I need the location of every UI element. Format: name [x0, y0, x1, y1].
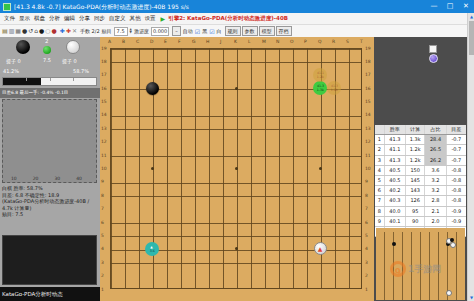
candidate-visits: 1.2k: [331, 89, 338, 92]
white-stone-icon[interactable]: ○: [45, 26, 50, 36]
toolbar: ▤▥▦●↺⌂●○● ✚✚✕ 手数 2/2 贴目 7.5 ▲▼ 激进度 0.000…: [0, 25, 474, 37]
winrate-graph[interactable]: 10203040: [2, 99, 97, 183]
table-cell: -0.9: [447, 207, 466, 216]
graph-axis-tick: 20: [33, 176, 39, 181]
menu-bar: 文件显示棋盘分析编辑分享同步自定义其他设置 ▶ 引擎2: KataGo-PDA(…: [0, 13, 474, 25]
board-letter: O: [290, 39, 294, 44]
move-number: 2: [45, 38, 49, 44]
table-cell: 2.1: [425, 207, 446, 216]
board-letter: L: [248, 39, 251, 44]
toolbar-cross-icons: ✚✚✕: [60, 26, 78, 36]
board-number-right: 9: [365, 179, 368, 184]
comment-box[interactable]: [2, 235, 97, 285]
window-title: [41.3 4.8k -0.7] KataGo-PDA(分析时动态激进度)-40…: [14, 0, 426, 13]
close-button[interactable]: ✕: [458, 0, 474, 13]
table-cell: 1.2k: [406, 156, 425, 165]
minimize-button[interactable]: —: [426, 0, 442, 13]
toolbar-button[interactable]: 模型: [259, 26, 275, 36]
last-move-triangle-icon: ▲: [318, 246, 323, 252]
mini-black-stone: [392, 242, 396, 246]
board-number-right: 19: [365, 46, 371, 51]
white-auto-checkbox[interactable]: ☑: [209, 28, 214, 35]
table-row[interactable]: 840.0952.1-0.9: [375, 207, 466, 217]
board-number-left: 14: [101, 112, 107, 117]
candidate-visits: 1.2k: [317, 75, 324, 78]
table-cell: 40.5: [385, 166, 406, 175]
board-number-right: 10: [365, 166, 371, 171]
star-point: [235, 87, 238, 90]
table-cell: 2: [375, 145, 385, 154]
title-bar[interactable]: [41.3 4.8k -0.7] KataGo-PDA(分析时动态激进度)-40…: [0, 0, 474, 13]
table-cell: 8: [375, 207, 385, 216]
white-auto-label: 白: [217, 28, 222, 34]
board-number-left: 18: [101, 59, 107, 64]
table-cell: 4: [375, 166, 385, 175]
engine-info: 白棋 胜率: 58.7%目差: 6.8 不确定性: 18.9(KataGo-PD…: [2, 185, 98, 218]
analysis-panel: 胜率计算占比目差141.31.3k28.4-0.7241.11.2k26.5-0…: [374, 37, 467, 301]
last-move-delta: 目差6.8 最后一手: -0.4% -0.1目: [0, 88, 100, 98]
board-number-right: 3: [365, 260, 368, 265]
table-row[interactable]: 540.51453.2-0.8: [375, 176, 466, 186]
table-cell: 3: [375, 156, 385, 165]
candidate-table[interactable]: 胜率计算占比目差141.31.3k28.4-0.7241.11.2k26.5-0…: [375, 125, 466, 237]
table-cell: 28.4: [425, 135, 446, 144]
app-window: [41.3 4.8k -0.7] KataGo-PDA(分析时动态激进度)-40…: [0, 0, 474, 301]
scroll-up-icon[interactable]: ▲: [468, 14, 474, 19]
table-cell: 26.2: [425, 156, 446, 165]
board-number-right: 12: [365, 139, 371, 144]
table-cell: 143: [406, 186, 425, 195]
menu-item[interactable]: 设置: [145, 15, 156, 21]
table-cell: 3.2: [425, 176, 446, 185]
winrate-bar: [2, 77, 97, 86]
board-number-right: 5: [365, 233, 368, 238]
board-letter: B: [122, 39, 125, 44]
komi-input[interactable]: 7.5: [114, 27, 128, 36]
komi-label: 贴目: [102, 28, 112, 34]
pda-label: 激进度: [134, 28, 149, 34]
pda-input[interactable]: 0.000: [151, 27, 169, 36]
board-number-left: 6: [101, 220, 104, 225]
board-number-left: 4: [101, 246, 104, 251]
table-cell: 1: [375, 135, 385, 144]
vertical-scrollbar[interactable]: ▲ ▼: [467, 13, 474, 301]
white-stone: ▲: [314, 242, 327, 255]
graph-axis: 10203040: [3, 176, 104, 181]
table-cell: 40.5: [385, 176, 406, 185]
home-icon[interactable]: ⌂: [34, 26, 38, 36]
table-header-cell[interactable]: 占比: [425, 125, 446, 134]
table-cell: 9: [375, 217, 385, 226]
black-auto-label: 黑: [202, 28, 207, 34]
komi-value: 7.5: [43, 57, 51, 63]
board-number-left: 3: [101, 260, 104, 265]
to-play-indicator-icon: [43, 46, 51, 54]
black-player-stone-icon: [16, 40, 30, 54]
board-letter: N: [276, 39, 279, 44]
table-cell: 1.2k: [406, 145, 425, 154]
board-number-right: 18: [365, 59, 371, 64]
scroll-thumb[interactable]: [469, 21, 474, 55]
komi-spinner[interactable]: ▲▼: [130, 28, 132, 34]
board-number-right: 15: [365, 99, 371, 104]
table-row[interactable]: 740.31262.8-0.8: [375, 196, 466, 206]
white-captures: 提子 0: [62, 58, 77, 64]
candidate-visits: 1.3k: [317, 89, 324, 92]
left-info-panel: 2 提子 0 7.5 提子 0 41.2% 58.7% 目差6.8 最后一手: …: [0, 37, 100, 301]
table-cell: -0.8: [447, 196, 466, 205]
maximize-button[interactable]: □: [442, 0, 458, 13]
star-point: [319, 167, 322, 170]
cross-red-icon[interactable]: ✚: [66, 26, 71, 36]
toolbar-button[interactable]: 存档: [276, 26, 292, 36]
black-auto-checkbox[interactable]: ☑: [195, 28, 200, 35]
menu-item[interactable]: 分析: [49, 15, 60, 21]
menu-item[interactable]: 分享: [79, 15, 90, 21]
star-point: [151, 167, 154, 170]
board-letter: D: [150, 39, 153, 44]
table-cell: -0.8: [447, 186, 466, 195]
table-cell: 41.3: [385, 156, 406, 165]
board-number-left: 17: [101, 72, 107, 77]
board-number-left: 16: [101, 86, 107, 91]
board-letter: R: [332, 39, 335, 44]
black-stone: [146, 82, 159, 95]
board-letter: M: [262, 39, 266, 44]
table-cell: 5: [375, 176, 385, 185]
mini-white-stone: [450, 242, 456, 248]
board-number-right: 8: [365, 193, 368, 198]
board-number-right: 7: [365, 206, 368, 211]
engine-info-line: (KataGo-PDA分析时动态激进度-40B / 4.7k 计算量): [2, 198, 98, 211]
table-cell: 145: [406, 176, 425, 185]
board-number-left: 7: [101, 206, 104, 211]
table-cell: 90: [406, 217, 425, 226]
board-number-right: 14: [365, 112, 371, 117]
menu-item[interactable]: 显示: [19, 15, 30, 21]
cross-blue-icon[interactable]: ✚: [60, 26, 65, 36]
table-cell: -0.8: [447, 166, 466, 175]
black-winrate-pct: 41.2%: [3, 68, 19, 74]
table-cell: -0.7: [447, 145, 466, 154]
open-folder-icon[interactable]: ▤: [2, 26, 8, 36]
board-number-right: 11: [365, 153, 371, 158]
table-cell: 6: [375, 186, 385, 195]
go-board[interactable]: ABCDEFGHJKLMNOPQRST191918181717161615151…: [100, 37, 374, 301]
board-number-left: 19: [101, 46, 107, 51]
table-cell: 2.0: [425, 217, 446, 226]
toolbar-button[interactable]: 参数: [242, 26, 258, 36]
board-number-right: 4: [365, 246, 368, 251]
menu-item[interactable]: 文件: [4, 15, 15, 21]
table-row[interactable]: 640.21433.2-0.8: [375, 186, 466, 196]
table-cell: 41.1: [385, 145, 406, 154]
table-cell: 1.3k: [406, 135, 425, 144]
mini-white-stone: [446, 290, 452, 296]
engine-info-line: 贴目: 7.5: [2, 211, 98, 218]
white-winrate-pct: 58.7%: [73, 68, 89, 74]
table-cell: 2.8: [425, 196, 446, 205]
menu-item[interactable]: 自定义: [109, 15, 126, 21]
board-letter: Q: [318, 39, 322, 44]
white-player-stone-icon: [66, 40, 80, 54]
table-header-cell[interactable]: 目差: [447, 125, 466, 134]
board-number-left: 12: [101, 139, 107, 144]
graph-axis-tick: 30: [54, 176, 60, 181]
graph-axis-tick: 10: [11, 176, 17, 181]
move-counter: 手数 2/2: [80, 28, 100, 34]
purple-stone-icon: [429, 54, 438, 63]
table-cell: -0.8: [447, 176, 466, 185]
board-number-left: 2: [101, 273, 104, 278]
board-letter: E: [164, 39, 167, 44]
app-icon: [3, 3, 11, 11]
menu-item[interactable]: 其他: [130, 15, 141, 21]
board-letter: G: [192, 39, 196, 44]
star-point: [235, 167, 238, 170]
table-header-cell[interactable]: [375, 125, 385, 134]
menu-item[interactable]: 编辑: [64, 15, 75, 21]
table-cell: 150: [406, 166, 425, 175]
red-stone-icon[interactable]: ●: [52, 26, 57, 36]
table-cell: 26.5: [425, 145, 446, 154]
board-number-left: 15: [101, 99, 107, 104]
watermark-text: 1手游网: [408, 263, 441, 276]
toolbar-button[interactable]: 规则: [225, 26, 241, 36]
board-letter: J: [220, 39, 221, 44]
table-cell: 40.1: [385, 217, 406, 226]
minus-button[interactable]: –: [172, 26, 181, 36]
board-number-right: 13: [365, 126, 371, 131]
toolbar-icons: ▤▥▦●↺⌂●○●: [2, 26, 58, 36]
board-number-left: 8: [101, 193, 104, 198]
watermark-logo: 9: [390, 261, 406, 277]
table-header-row: 胜率计算占比目差: [375, 125, 466, 135]
candidate-visits: 3.6: [149, 249, 154, 252]
save-icon[interactable]: ▥: [9, 26, 15, 36]
table-cell: -0.9: [447, 217, 466, 226]
engine-status-bar: KataGo-PDA分析时动态: [0, 287, 100, 301]
table-cell: 126: [406, 196, 425, 205]
table-cell: 7: [375, 196, 385, 205]
table-row[interactable]: 341.31.2k26.2-0.7: [375, 156, 466, 166]
engine-label: 引擎2: KataGo-PDA(分析时动态激进度)-40B: [168, 15, 288, 22]
board-letter: S: [346, 39, 349, 44]
table-cell: 3.2: [425, 186, 446, 195]
board-number-left: 1: [101, 287, 104, 292]
toolbar-buttons: 规则参数模型存档: [224, 26, 292, 36]
table-cell: 40.2: [385, 186, 406, 195]
board-number-left: 9: [101, 179, 104, 184]
auto-label: 自动: [183, 28, 193, 34]
white-square-icon: [429, 45, 437, 53]
board-number-right: 2: [365, 273, 368, 278]
table-row[interactable]: 141.31.3k28.4-0.7: [375, 135, 466, 145]
board-number-left: 5: [101, 233, 104, 238]
board-number-left: 11: [101, 153, 107, 158]
board-letter: H: [206, 39, 209, 44]
board-number-right: 17: [365, 72, 371, 77]
table-row[interactable]: 940.1902.0-0.9: [375, 217, 466, 227]
board-letter: A: [108, 39, 111, 44]
board-number-left: 13: [101, 126, 107, 131]
board-icon[interactable]: ▦: [15, 26, 21, 36]
close-x-icon[interactable]: ✕: [72, 26, 77, 36]
winrate-bar-black: [3, 78, 41, 85]
menu-items: 文件显示棋盘分析编辑分享同步自定义其他设置: [0, 15, 156, 22]
menu-item[interactable]: 棋盘: [34, 15, 45, 21]
black-captures: 提子 0: [6, 58, 21, 64]
watermark: 9 1手游网: [390, 261, 441, 277]
graph-axis-tick: 40: [76, 176, 82, 181]
table-cell: -0.7: [447, 135, 466, 144]
table-cell: 40.0: [385, 207, 406, 216]
board-number-right: 1: [365, 287, 368, 292]
table-row[interactable]: 241.11.2k26.5-0.7: [375, 145, 466, 155]
board-letter: F: [178, 39, 181, 44]
engine-play-icon[interactable]: ▶: [161, 15, 166, 22]
candidate-move[interactable]: ▲3.6: [145, 242, 159, 256]
board-number-right: 6: [365, 220, 368, 225]
board-letter: C: [136, 39, 139, 44]
table-cell: -0.7: [447, 156, 466, 165]
table-header-cell[interactable]: 计算: [406, 125, 425, 134]
board-letter: K: [234, 39, 237, 44]
undo-icon[interactable]: ↺: [28, 26, 33, 36]
scroll-down-icon[interactable]: ▼: [468, 295, 474, 300]
table-cell: 95: [406, 207, 425, 216]
table-cell: 41.3: [385, 135, 406, 144]
black-stone-icon[interactable]: ●: [39, 26, 44, 36]
stone-icon[interactable]: ●: [22, 26, 27, 36]
table-row[interactable]: 440.51503.6-0.8: [375, 166, 466, 176]
table-header-cell[interactable]: 胜率: [385, 125, 406, 134]
menu-item[interactable]: 同步: [94, 15, 105, 21]
board-number-right: 16: [365, 86, 371, 91]
table-cell: 3.6: [425, 166, 446, 175]
board-letter: T: [360, 39, 363, 44]
board-number-left: 10: [101, 166, 107, 171]
board-letter: P: [304, 39, 307, 44]
table-cell: 40.3: [385, 196, 406, 205]
candidate-move[interactable]: 41.11.2k: [313, 68, 327, 82]
